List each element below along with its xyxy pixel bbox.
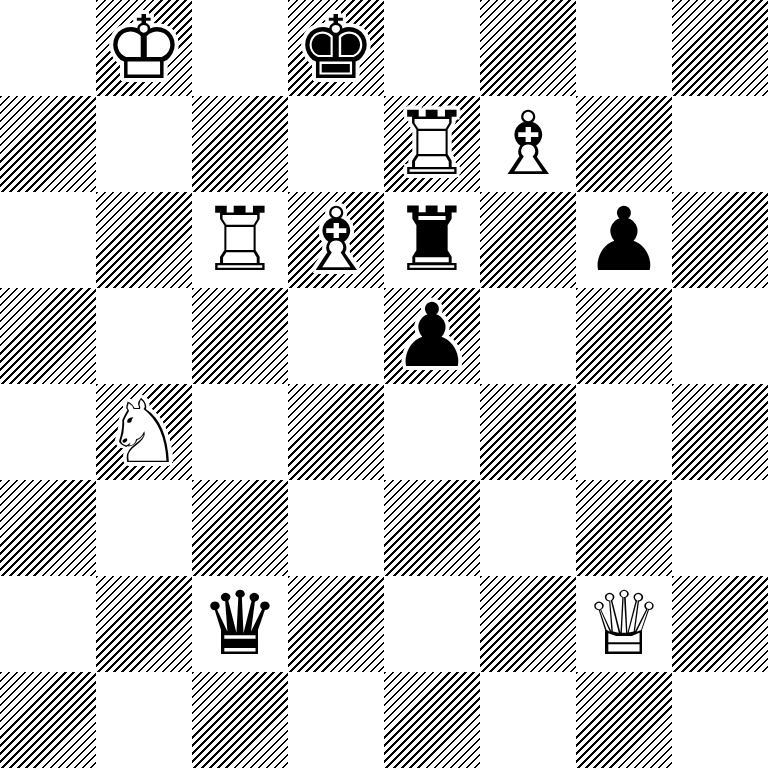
square-d3[interactable]: [288, 480, 384, 576]
square-c3[interactable]: [192, 480, 288, 576]
square-d5[interactable]: [288, 288, 384, 384]
square-a2[interactable]: [0, 576, 96, 672]
square-f7[interactable]: ♝♗: [480, 96, 576, 192]
square-b6[interactable]: [96, 192, 192, 288]
square-a1[interactable]: [0, 672, 96, 768]
piece-black-king[interactable]: ♚: [288, 0, 384, 96]
square-b5[interactable]: [96, 288, 192, 384]
square-b4[interactable]: ♞♘: [96, 384, 192, 480]
black-pawn-icon: ♟: [384, 288, 480, 384]
square-f3[interactable]: [480, 480, 576, 576]
square-c6[interactable]: ♜♖: [192, 192, 288, 288]
square-g2[interactable]: ♛♕: [576, 576, 672, 672]
square-h6[interactable]: [672, 192, 768, 288]
square-h4[interactable]: [672, 384, 768, 480]
piece-white-queen[interactable]: ♛♕: [576, 576, 672, 672]
square-f8[interactable]: [480, 0, 576, 96]
square-a8[interactable]: [0, 0, 96, 96]
square-f4[interactable]: [480, 384, 576, 480]
square-g1[interactable]: [576, 672, 672, 768]
square-a4[interactable]: [0, 384, 96, 480]
piece-white-bishop[interactable]: ♝♗: [288, 192, 384, 288]
square-b3[interactable]: [96, 480, 192, 576]
square-g4[interactable]: [576, 384, 672, 480]
square-d2[interactable]: [288, 576, 384, 672]
square-f1[interactable]: [480, 672, 576, 768]
square-e4[interactable]: [384, 384, 480, 480]
square-d1[interactable]: [288, 672, 384, 768]
square-e7[interactable]: ♜♖: [384, 96, 480, 192]
square-d7[interactable]: [288, 96, 384, 192]
square-c5[interactable]: [192, 288, 288, 384]
white-king-outline-icon: ♔: [96, 0, 192, 96]
square-g6[interactable]: ♟: [576, 192, 672, 288]
square-c4[interactable]: [192, 384, 288, 480]
square-f2[interactable]: [480, 576, 576, 672]
white-queen-outline-icon: ♕: [576, 576, 672, 672]
piece-white-rook[interactable]: ♜♖: [192, 192, 288, 288]
square-h7[interactable]: [672, 96, 768, 192]
square-a3[interactable]: [0, 480, 96, 576]
square-h8[interactable]: [672, 0, 768, 96]
square-d8[interactable]: ♚: [288, 0, 384, 96]
square-e8[interactable]: [384, 0, 480, 96]
square-e6[interactable]: ♜: [384, 192, 480, 288]
square-a5[interactable]: [0, 288, 96, 384]
square-b8[interactable]: ♚♔: [96, 0, 192, 96]
piece-white-king[interactable]: ♚♔: [96, 0, 192, 96]
piece-black-pawn[interactable]: ♟: [384, 288, 480, 384]
piece-white-rook[interactable]: ♜♖: [384, 96, 480, 192]
chess-board: ♚♔♚♜♖♝♗♜♖♝♗♜♟♟♞♘♛♛♕: [0, 0, 768, 768]
white-rook-outline-icon: ♖: [192, 192, 288, 288]
square-g3[interactable]: [576, 480, 672, 576]
square-b7[interactable]: [96, 96, 192, 192]
square-a6[interactable]: [0, 192, 96, 288]
square-g7[interactable]: [576, 96, 672, 192]
piece-white-bishop[interactable]: ♝♗: [480, 96, 576, 192]
square-f5[interactable]: [480, 288, 576, 384]
square-c1[interactable]: [192, 672, 288, 768]
square-e5[interactable]: ♟: [384, 288, 480, 384]
black-pawn-icon: ♟: [576, 192, 672, 288]
white-rook-outline-icon: ♖: [384, 96, 480, 192]
white-bishop-outline-icon: ♗: [288, 192, 384, 288]
square-e1[interactable]: [384, 672, 480, 768]
square-h1[interactable]: [672, 672, 768, 768]
piece-white-knight[interactable]: ♞♘: [96, 384, 192, 480]
square-g5[interactable]: [576, 288, 672, 384]
white-bishop-outline-icon: ♗: [480, 96, 576, 192]
piece-black-pawn[interactable]: ♟: [576, 192, 672, 288]
square-c2[interactable]: ♛: [192, 576, 288, 672]
square-e3[interactable]: [384, 480, 480, 576]
square-a7[interactable]: [0, 96, 96, 192]
square-h3[interactable]: [672, 480, 768, 576]
square-g8[interactable]: [576, 0, 672, 96]
black-king-icon: ♚: [288, 0, 384, 96]
square-d4[interactable]: [288, 384, 384, 480]
square-c7[interactable]: [192, 96, 288, 192]
square-h5[interactable]: [672, 288, 768, 384]
piece-black-queen[interactable]: ♛: [192, 576, 288, 672]
square-h2[interactable]: [672, 576, 768, 672]
square-b1[interactable]: [96, 672, 192, 768]
square-d6[interactable]: ♝♗: [288, 192, 384, 288]
black-queen-icon: ♛: [192, 576, 288, 672]
square-e2[interactable]: [384, 576, 480, 672]
square-f6[interactable]: [480, 192, 576, 288]
square-c8[interactable]: [192, 0, 288, 96]
black-rook-icon: ♜: [384, 192, 480, 288]
white-knight-outline-icon: ♘: [96, 384, 192, 480]
piece-black-rook[interactable]: ♜: [384, 192, 480, 288]
square-b2[interactable]: [96, 576, 192, 672]
